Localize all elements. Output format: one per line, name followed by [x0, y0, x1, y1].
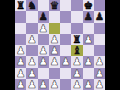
- white-pawn-icon[interactable]: ♟: [72, 56, 81, 67]
- square-g4[interactable]: [83, 45, 94, 56]
- white-pawn-icon[interactable]: ♟: [16, 68, 25, 79]
- square-g7[interactable]: ♟: [83, 11, 94, 22]
- square-b2[interactable]: ♟: [26, 68, 37, 79]
- square-a6[interactable]: [15, 23, 26, 34]
- square-h3[interactable]: ♟: [94, 56, 105, 67]
- white-pawn-icon[interactable]: ♟: [95, 79, 104, 90]
- square-a4[interactable]: ♟: [15, 45, 26, 56]
- square-a7[interactable]: [15, 11, 26, 22]
- square-b7[interactable]: [26, 11, 37, 22]
- square-g3[interactable]: ♟: [83, 56, 94, 67]
- square-a2[interactable]: ♟: [15, 68, 26, 79]
- white-pawn-icon[interactable]: ♟: [27, 79, 36, 90]
- video-frame: ♜♞♛♚♟♟♟♟♟♟♜♟♟♟♟♝♟♟♟♟♟♟♟♟♟♟♟♟♟♟♟♟♟♟♟: [0, 0, 120, 90]
- white-pawn-icon[interactable]: ♟: [83, 79, 92, 90]
- white-pawn-icon[interactable]: ♟: [16, 45, 25, 56]
- square-d7[interactable]: [49, 11, 60, 22]
- square-d1[interactable]: ♟: [49, 79, 60, 90]
- square-c3[interactable]: ♟: [38, 56, 49, 67]
- square-f3[interactable]: ♟: [71, 56, 82, 67]
- white-pawn-icon[interactable]: ♟: [50, 79, 59, 90]
- square-c2[interactable]: [38, 68, 49, 79]
- square-f8[interactable]: [71, 0, 82, 11]
- white-pawn-icon[interactable]: ♟: [38, 56, 47, 67]
- letterbox-left: [0, 0, 15, 90]
- letterbox-right: [105, 0, 120, 90]
- white-pawn-icon[interactable]: ♟: [38, 79, 47, 90]
- square-e4[interactable]: [60, 45, 71, 56]
- square-h6[interactable]: [94, 23, 105, 34]
- square-d3[interactable]: ♟: [49, 56, 60, 67]
- square-b6[interactable]: [26, 23, 37, 34]
- square-a1[interactable]: ♟: [15, 79, 26, 90]
- white-pawn-icon[interactable]: ♟: [95, 68, 104, 79]
- square-d6[interactable]: [49, 23, 60, 34]
- square-g6[interactable]: [83, 23, 94, 34]
- white-pawn-icon[interactable]: ♟: [27, 56, 36, 67]
- white-pawn-icon[interactable]: ♟: [27, 68, 36, 79]
- square-c5[interactable]: [38, 34, 49, 45]
- square-h1[interactable]: ♟: [94, 79, 105, 90]
- black-queen-icon[interactable]: ♛: [50, 0, 59, 11]
- square-c4[interactable]: ♟: [38, 45, 49, 56]
- white-pawn-icon[interactable]: ♟: [72, 68, 81, 79]
- black-rook-icon[interactable]: ♜: [16, 0, 25, 11]
- square-d5[interactable]: ♟: [49, 34, 60, 45]
- square-h8[interactable]: [94, 0, 105, 11]
- white-pawn-icon[interactable]: ♟: [38, 23, 47, 34]
- square-d2[interactable]: [49, 68, 60, 79]
- square-f6[interactable]: [71, 23, 82, 34]
- square-f7[interactable]: [71, 11, 82, 22]
- white-pawn-icon[interactable]: ♟: [16, 56, 25, 67]
- black-knight-icon[interactable]: ♞: [27, 0, 36, 11]
- chess-board: ♜♞♛♚♟♟♟♟♟♟♜♟♟♟♟♝♟♟♟♟♟♟♟♟♟♟♟♟♟♟♟♟♟♟♟: [15, 0, 105, 90]
- square-f2[interactable]: ♟: [71, 68, 82, 79]
- square-e2[interactable]: [60, 68, 71, 79]
- square-b3[interactable]: ♟: [26, 56, 37, 67]
- square-e8[interactable]: [60, 0, 71, 11]
- white-pawn-icon[interactable]: ♟: [50, 56, 59, 67]
- square-b5[interactable]: ♟: [26, 34, 37, 45]
- square-a8[interactable]: ♜: [15, 0, 26, 11]
- white-pawn-icon[interactable]: ♟: [16, 79, 25, 90]
- square-d8[interactable]: ♛: [49, 0, 60, 11]
- square-g5[interactable]: ♟: [83, 34, 94, 45]
- black-king-icon[interactable]: ♚: [83, 0, 92, 11]
- square-a3[interactable]: ♟: [15, 56, 26, 67]
- square-f4[interactable]: ♝: [71, 45, 82, 56]
- square-c7[interactable]: ♟: [38, 11, 49, 22]
- square-f1[interactable]: ♟: [71, 79, 82, 90]
- white-pawn-icon[interactable]: ♟: [50, 34, 59, 45]
- white-pawn-icon[interactable]: ♟: [27, 34, 36, 45]
- white-pawn-icon[interactable]: ♟: [95, 56, 104, 67]
- square-h4[interactable]: [94, 45, 105, 56]
- black-bishop-icon[interactable]: ♝: [72, 45, 81, 56]
- square-g8[interactable]: ♚: [83, 0, 94, 11]
- square-h2[interactable]: ♟: [94, 68, 105, 79]
- square-e5[interactable]: [60, 34, 71, 45]
- white-pawn-icon[interactable]: ♟: [72, 79, 81, 90]
- white-pawn-icon[interactable]: ♟: [83, 56, 92, 67]
- square-c6[interactable]: ♟: [38, 23, 49, 34]
- square-e3[interactable]: ♟: [60, 56, 71, 67]
- square-e1[interactable]: [60, 79, 71, 90]
- white-pawn-icon[interactable]: ♟: [50, 45, 59, 56]
- square-g1[interactable]: ♟: [83, 79, 94, 90]
- white-pawn-icon[interactable]: ♟: [61, 56, 70, 67]
- square-g2[interactable]: [83, 68, 94, 79]
- square-h5[interactable]: [94, 34, 105, 45]
- square-e6[interactable]: [60, 23, 71, 34]
- black-pawn-icon[interactable]: ♟: [38, 11, 47, 22]
- square-c8[interactable]: [38, 0, 49, 11]
- white-pawn-icon[interactable]: ♟: [83, 34, 92, 45]
- square-h7[interactable]: ♟: [94, 11, 105, 22]
- white-pawn-icon[interactable]: ♟: [38, 45, 47, 56]
- square-b1[interactable]: ♟: [26, 79, 37, 90]
- square-e7[interactable]: [60, 11, 71, 22]
- square-b8[interactable]: ♞: [26, 0, 37, 11]
- square-f5[interactable]: ♜: [71, 34, 82, 45]
- square-c1[interactable]: ♟: [38, 79, 49, 90]
- square-d4[interactable]: ♟: [49, 45, 60, 56]
- square-a5[interactable]: [15, 34, 26, 45]
- black-pawn-icon[interactable]: ♟: [83, 11, 92, 22]
- black-rook-icon[interactable]: ♜: [72, 34, 81, 45]
- black-pawn-icon[interactable]: ♟: [95, 11, 104, 22]
- square-b4[interactable]: [26, 45, 37, 56]
